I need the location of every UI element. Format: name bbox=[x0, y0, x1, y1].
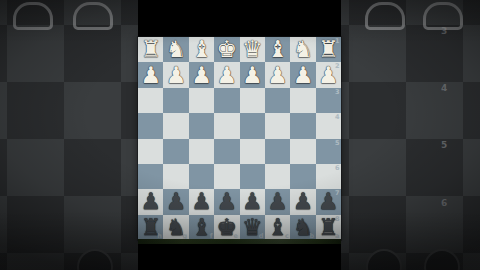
square-c4[interactable] bbox=[265, 113, 290, 138]
square-e6[interactable] bbox=[214, 164, 239, 189]
square-d5[interactable] bbox=[240, 139, 265, 164]
piece-black-pawn: ♟ bbox=[140, 190, 161, 213]
square-g8[interactable]: ♞g bbox=[163, 215, 188, 240]
piece-black-pawn: ♟ bbox=[293, 190, 314, 213]
background-square bbox=[0, 139, 7, 196]
square-c5[interactable] bbox=[265, 139, 290, 164]
background-white-pawn-icon bbox=[365, 2, 405, 30]
piece-white-pawn: ♟ bbox=[267, 64, 288, 87]
background-square bbox=[7, 196, 64, 253]
square-b6[interactable] bbox=[290, 164, 315, 189]
piece-white-pawn: ♟ bbox=[166, 64, 187, 87]
square-e5[interactable] bbox=[214, 139, 239, 164]
square-c6[interactable] bbox=[265, 164, 290, 189]
square-g6[interactable] bbox=[163, 164, 188, 189]
background-square bbox=[64, 196, 121, 253]
background-rank-label: 6 bbox=[441, 198, 447, 208]
piece-white-rook: ♜ bbox=[140, 38, 161, 61]
square-a1[interactable]: ♜1 bbox=[316, 37, 341, 62]
piece-black-bishop: ♝ bbox=[191, 216, 212, 239]
background-square bbox=[0, 25, 7, 82]
square-a4[interactable]: 4 bbox=[316, 113, 341, 138]
piece-black-pawn: ♟ bbox=[217, 190, 238, 213]
square-a5[interactable]: 5 bbox=[316, 139, 341, 164]
square-a3[interactable]: 3 bbox=[316, 88, 341, 113]
background-square bbox=[7, 253, 64, 270]
background-white-pawn-icon bbox=[73, 2, 113, 30]
piece-white-king: ♚ bbox=[217, 38, 238, 61]
rank-label-1: 1 bbox=[335, 38, 340, 45]
piece-black-pawn: ♟ bbox=[242, 190, 263, 213]
square-f5[interactable] bbox=[189, 139, 214, 164]
square-d6[interactable] bbox=[240, 164, 265, 189]
square-h2[interactable]: ♟ bbox=[138, 62, 163, 87]
square-e3[interactable] bbox=[214, 88, 239, 113]
piece-white-pawn: ♟ bbox=[217, 64, 238, 87]
square-e1[interactable]: ♚ bbox=[214, 37, 239, 62]
background-square bbox=[406, 139, 463, 196]
square-a7[interactable]: ♟7 bbox=[316, 189, 341, 214]
background-square bbox=[349, 25, 406, 82]
square-e8[interactable]: ♚e bbox=[214, 215, 239, 240]
square-c1[interactable]: ♝ bbox=[265, 37, 290, 62]
square-h4[interactable] bbox=[138, 113, 163, 138]
piece-white-pawn: ♟ bbox=[242, 64, 263, 87]
square-d1[interactable]: ♛ bbox=[240, 37, 265, 62]
square-b3[interactable] bbox=[290, 88, 315, 113]
background-square bbox=[7, 139, 64, 196]
piece-black-pawn: ♟ bbox=[267, 190, 288, 213]
square-g2[interactable]: ♟ bbox=[163, 62, 188, 87]
square-e2[interactable]: ♟ bbox=[214, 62, 239, 87]
background-square bbox=[64, 82, 121, 139]
square-g7[interactable]: ♟ bbox=[163, 189, 188, 214]
square-h6[interactable] bbox=[138, 164, 163, 189]
square-d3[interactable] bbox=[240, 88, 265, 113]
background-rank-label: 4 bbox=[441, 83, 447, 93]
rank-label-4: 4 bbox=[335, 114, 340, 121]
rank-label-6: 6 bbox=[335, 165, 340, 172]
square-b4[interactable] bbox=[290, 113, 315, 138]
background-square bbox=[349, 139, 406, 196]
square-g3[interactable] bbox=[163, 88, 188, 113]
rank-label-5: 5 bbox=[335, 140, 340, 147]
square-c8[interactable]: ♝c bbox=[265, 215, 290, 240]
square-h5[interactable] bbox=[138, 139, 163, 164]
piece-white-bishop: ♝ bbox=[267, 38, 288, 61]
background-square bbox=[463, 253, 480, 270]
background-square bbox=[349, 82, 406, 139]
square-c2[interactable]: ♟ bbox=[265, 62, 290, 87]
square-b8[interactable]: ♞b bbox=[290, 215, 315, 240]
square-h1[interactable]: ♜ bbox=[138, 37, 163, 62]
piece-black-pawn: ♟ bbox=[191, 190, 212, 213]
background-square bbox=[64, 25, 121, 82]
piece-black-pawn: ♟ bbox=[166, 190, 187, 213]
square-h8[interactable]: ♜h bbox=[138, 215, 163, 240]
square-c3[interactable] bbox=[265, 88, 290, 113]
background-square bbox=[7, 25, 64, 82]
background-square bbox=[7, 82, 64, 139]
background-white-pawn-icon bbox=[13, 2, 53, 30]
chess-board[interactable]: ♜♞♝♚♛♝♞♜1♟♟♟♟♟♟♟♟23456♟♟♟♟♟♟♟♟7♜h♞g♝f♚e♛… bbox=[138, 37, 341, 240]
rank-label-3: 3 bbox=[335, 89, 340, 96]
square-a8[interactable]: ♜8a bbox=[316, 215, 341, 240]
square-h3[interactable] bbox=[138, 88, 163, 113]
background-square bbox=[463, 0, 480, 25]
rank-label-8: 8 bbox=[335, 216, 340, 223]
square-f6[interactable] bbox=[189, 164, 214, 189]
square-h7[interactable]: ♟ bbox=[138, 189, 163, 214]
background-square bbox=[463, 25, 480, 82]
square-g1[interactable]: ♞ bbox=[163, 37, 188, 62]
square-b2[interactable]: ♟ bbox=[290, 62, 315, 87]
square-d4[interactable] bbox=[240, 113, 265, 138]
background-square bbox=[0, 253, 7, 270]
background-square bbox=[406, 25, 463, 82]
background-square bbox=[406, 196, 463, 253]
square-b5[interactable] bbox=[290, 139, 315, 164]
background-square bbox=[463, 139, 480, 196]
square-e4[interactable] bbox=[214, 113, 239, 138]
square-d2[interactable]: ♟ bbox=[240, 62, 265, 87]
square-b7[interactable]: ♟ bbox=[290, 189, 315, 214]
piece-white-pawn: ♟ bbox=[191, 64, 212, 87]
piece-white-queen: ♛ bbox=[242, 38, 263, 61]
square-g5[interactable] bbox=[163, 139, 188, 164]
square-a6[interactable]: 6 bbox=[316, 164, 341, 189]
square-f3[interactable] bbox=[189, 88, 214, 113]
background-square bbox=[0, 196, 7, 253]
video-frame: 34567 ♜♞♝♚♛♝♞♜1♟♟♟♟♟♟♟♟23456♟♟♟♟♟♟♟♟7♜h♞… bbox=[0, 0, 480, 270]
piece-white-knight: ♞ bbox=[166, 38, 187, 61]
table-edge-strip bbox=[138, 239, 341, 244]
square-f4[interactable] bbox=[189, 113, 214, 138]
square-d8[interactable]: ♛d bbox=[240, 215, 265, 240]
square-f7[interactable]: ♟ bbox=[189, 189, 214, 214]
square-a2[interactable]: ♟2 bbox=[316, 62, 341, 87]
background-square bbox=[406, 82, 463, 139]
square-f2[interactable]: ♟ bbox=[189, 62, 214, 87]
background-square bbox=[0, 0, 7, 25]
background-square bbox=[64, 139, 121, 196]
background-square bbox=[463, 196, 480, 253]
rank-label-7: 7 bbox=[335, 190, 340, 197]
background-white-pawn-icon bbox=[423, 2, 463, 30]
background-rank-label: 5 bbox=[441, 140, 447, 150]
square-d7[interactable]: ♟ bbox=[240, 189, 265, 214]
piece-white-pawn: ♟ bbox=[140, 64, 161, 87]
piece-white-pawn: ♟ bbox=[293, 64, 314, 87]
square-b1[interactable]: ♞ bbox=[290, 37, 315, 62]
square-e7[interactable]: ♟ bbox=[214, 189, 239, 214]
background-square bbox=[0, 82, 7, 139]
piece-white-bishop: ♝ bbox=[191, 38, 212, 61]
square-c7[interactable]: ♟ bbox=[265, 189, 290, 214]
square-f8[interactable]: ♝f bbox=[189, 215, 214, 240]
piece-white-knight: ♞ bbox=[293, 38, 314, 61]
background-square bbox=[463, 82, 480, 139]
background-square bbox=[349, 196, 406, 253]
square-g4[interactable] bbox=[163, 113, 188, 138]
square-f1[interactable]: ♝ bbox=[189, 37, 214, 62]
rank-label-2: 2 bbox=[335, 63, 340, 70]
